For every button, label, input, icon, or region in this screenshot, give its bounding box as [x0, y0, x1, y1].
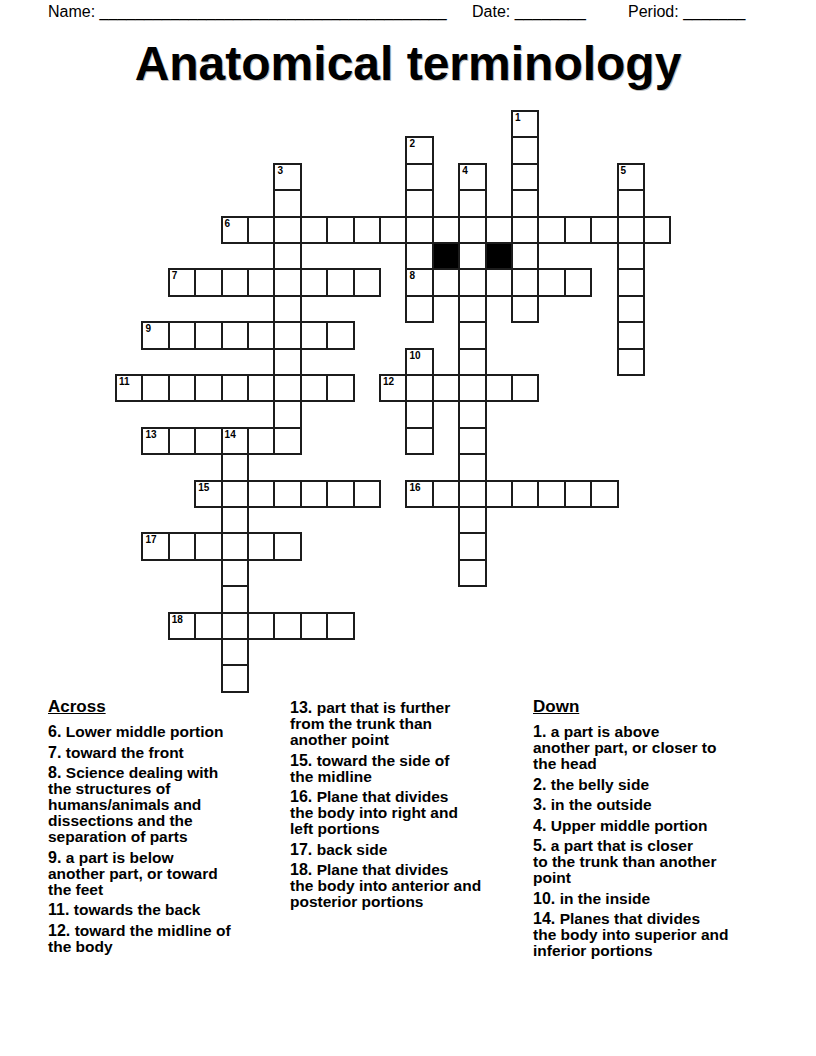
clue-text: Science dealing with the structures of h…: [48, 764, 218, 845]
clue-number: 13.: [290, 699, 317, 716]
clue-item: 3. in the outside: [533, 797, 795, 813]
clue-number: 14.: [533, 910, 560, 927]
clue-text: the belly side: [551, 776, 649, 793]
grid-cell[interactable]: 17: [141, 532, 169, 560]
cell-number: 5: [621, 165, 627, 176]
clue-item: 12. toward the midline of the body: [48, 923, 288, 955]
grid-cell[interactable]: [617, 216, 645, 244]
cell-number: 14: [225, 429, 236, 440]
grid-cell[interactable]: [405, 216, 433, 244]
grid-cell[interactable]: [221, 585, 249, 613]
grid-cell[interactable]: [590, 480, 618, 508]
grid-cell[interactable]: [458, 559, 486, 587]
grid-cell[interactable]: [273, 532, 301, 560]
grid-cell[interactable]: [247, 216, 275, 244]
grid-cell[interactable]: [564, 216, 592, 244]
grid-cell[interactable]: [458, 532, 486, 560]
grid-cell[interactable]: [326, 216, 354, 244]
clue-text: Plane that divides the body into anterio…: [290, 861, 481, 910]
name-blank-line[interactable]: _______________________________________: [100, 3, 447, 20]
grid-cell[interactable]: 3: [273, 163, 301, 191]
grid-cell[interactable]: [405, 189, 433, 217]
clue-text: toward the front: [66, 744, 184, 761]
grid-cell[interactable]: [353, 216, 381, 244]
grid-cell[interactable]: [221, 268, 249, 296]
grid-cell[interactable]: [432, 374, 460, 402]
cell-number: 4: [462, 165, 468, 176]
grid-cell[interactable]: [326, 612, 354, 640]
clue-item: 13. part that is further from the trunk …: [290, 700, 536, 748]
date-blank-line[interactable]: ________: [515, 3, 586, 20]
grid-cell[interactable]: [643, 216, 671, 244]
grid-cell[interactable]: [458, 374, 486, 402]
cell-number: 3: [277, 165, 283, 176]
grid-cell[interactable]: [617, 242, 645, 270]
grid-cell[interactable]: [458, 321, 486, 349]
blocked-cell: [432, 242, 460, 270]
grid-cell[interactable]: [564, 480, 592, 508]
grid-cell[interactable]: [617, 189, 645, 217]
grid-cell[interactable]: [405, 242, 433, 270]
clue-item: 5. a part that is closer to the trunk th…: [533, 838, 795, 886]
clue-number: 11.: [48, 901, 74, 918]
grid-cell[interactable]: [168, 427, 196, 455]
grid-cell[interactable]: [485, 480, 513, 508]
grid-cell[interactable]: [326, 480, 354, 508]
grid-cell[interactable]: [221, 321, 249, 349]
grid-cell[interactable]: [221, 638, 249, 666]
clue-number: 6.: [48, 723, 66, 740]
grid-cell[interactable]: [273, 400, 301, 428]
grid-cell[interactable]: [511, 295, 539, 323]
grid-cell[interactable]: [617, 321, 645, 349]
grid-cell[interactable]: [221, 532, 249, 560]
grid-cell[interactable]: [458, 348, 486, 376]
grid-cell[interactable]: [511, 242, 539, 270]
clue-number: 15.: [290, 752, 317, 769]
grid-cell[interactable]: [617, 295, 645, 323]
clue-item: 18. Plane that divides the body into ant…: [290, 862, 536, 910]
grid-cell[interactable]: [353, 268, 381, 296]
period-field: Period: _______: [628, 3, 745, 21]
grid-cell[interactable]: [511, 216, 539, 244]
cell-number: 9: [145, 323, 151, 334]
grid-cell[interactable]: [405, 374, 433, 402]
clue-list-heading: Down: [533, 697, 795, 717]
grid-cell[interactable]: [432, 268, 460, 296]
clue-item: 14. Planes that divides the body into su…: [533, 911, 795, 959]
clue-item: 2. the belly side: [533, 777, 795, 793]
grid-cell[interactable]: [458, 189, 486, 217]
grid-cell[interactable]: [458, 400, 486, 428]
clue-item: 11. towards the back: [48, 902, 288, 918]
grid-cell[interactable]: [247, 427, 275, 455]
grid-cell[interactable]: 10: [405, 348, 433, 376]
clue-number: 7.: [48, 744, 66, 761]
grid-cell[interactable]: [221, 612, 249, 640]
grid-cell[interactable]: [300, 374, 328, 402]
grid-cell[interactable]: [379, 216, 407, 244]
grid-cell[interactable]: [405, 400, 433, 428]
grid-cell[interactable]: [537, 216, 565, 244]
grid-cell[interactable]: [458, 453, 486, 481]
crossword-grid: 123456789101112131415161718: [115, 110, 673, 694]
grid-cell[interactable]: [432, 216, 460, 244]
clue-item: 1. a part is above another part, or clos…: [533, 724, 795, 772]
grid-cell[interactable]: [458, 427, 486, 455]
grid-cell[interactable]: [221, 506, 249, 534]
grid-cell[interactable]: [537, 480, 565, 508]
cell-number: 16: [409, 482, 420, 493]
clue-item: 7. toward the front: [48, 745, 288, 761]
clue-list-heading: Across: [48, 697, 288, 717]
clue-text: towards the back: [74, 901, 201, 918]
grid-cell[interactable]: [194, 427, 222, 455]
grid-cell[interactable]: [485, 374, 513, 402]
grid-cell[interactable]: [273, 268, 301, 296]
grid-cell[interactable]: [273, 295, 301, 323]
clue-number: 4.: [533, 817, 551, 834]
grid-cell[interactable]: [485, 268, 513, 296]
grid-cell[interactable]: [194, 268, 222, 296]
clue-number: 8.: [48, 764, 66, 781]
clue-text: a part that is closer to the trunk than …: [533, 837, 716, 886]
grid-cell[interactable]: 7: [168, 268, 196, 296]
grid-cell[interactable]: [405, 295, 433, 323]
clue-number: 17.: [290, 841, 317, 858]
grid-cell[interactable]: [273, 348, 301, 376]
date-label: Date:: [472, 3, 510, 20]
grid-cell[interactable]: [326, 321, 354, 349]
grid-cell[interactable]: [273, 374, 301, 402]
grid-cell[interactable]: [247, 321, 275, 349]
grid-cell[interactable]: 8: [405, 268, 433, 296]
grid-cell[interactable]: [194, 612, 222, 640]
grid-cell[interactable]: [432, 480, 460, 508]
clue-number: 16.: [290, 788, 317, 805]
clue-number: 10.: [533, 890, 560, 907]
grid-cell[interactable]: 14: [221, 427, 249, 455]
clues-across-column: Across6. Lower middle portion7. toward t…: [48, 697, 288, 959]
grid-cell[interactable]: 11: [115, 374, 143, 402]
grid-cell[interactable]: [458, 480, 486, 508]
grid-cell[interactable]: [405, 427, 433, 455]
grid-cell[interactable]: [273, 189, 301, 217]
blocked-cell: [485, 242, 513, 270]
clue-text: Lower middle portion: [66, 723, 224, 740]
clue-item: 4. Upper middle portion: [533, 818, 795, 834]
clue-text: in the outside: [551, 796, 652, 813]
clue-number: 5.: [533, 837, 551, 854]
clue-number: 18.: [290, 861, 317, 878]
grid-cell[interactable]: [300, 612, 328, 640]
period-blank-line[interactable]: _______: [683, 3, 745, 20]
grid-cell[interactable]: 18: [168, 612, 196, 640]
grid-cell[interactable]: [247, 532, 275, 560]
grid-cell[interactable]: [300, 321, 328, 349]
grid-cell[interactable]: [168, 532, 196, 560]
grid-cell[interactable]: [247, 268, 275, 296]
cell-number: 10: [409, 350, 420, 361]
grid-cell[interactable]: [485, 216, 513, 244]
clue-item: 9. a part is below another part, or towa…: [48, 850, 288, 898]
grid-cell[interactable]: [273, 321, 301, 349]
clue-text: a part is above another part, or closer …: [533, 723, 716, 772]
clue-text: Planes that divides the body into superi…: [533, 910, 728, 959]
grid-cell[interactable]: [300, 268, 328, 296]
grid-cell[interactable]: 9: [141, 321, 169, 349]
grid-cell[interactable]: [273, 427, 301, 455]
clue-item: 6. Lower middle portion: [48, 724, 288, 740]
grid-cell[interactable]: [221, 453, 249, 481]
clue-text: toward the midline of the body: [48, 922, 231, 955]
cell-number: 17: [145, 534, 156, 545]
clue-item: 15. toward the side of the midline: [290, 753, 536, 785]
clues-down-column: Down1. a part is above another part, or …: [533, 697, 795, 964]
clue-number: 12.: [48, 922, 75, 939]
clue-item: 17. back side: [290, 842, 536, 858]
cell-number: 11: [119, 376, 130, 387]
date-field: Date: ________: [472, 3, 586, 21]
grid-cell[interactable]: [353, 480, 381, 508]
grid-cell[interactable]: [617, 268, 645, 296]
grid-cell[interactable]: [300, 216, 328, 244]
grid-cell[interactable]: 16: [405, 480, 433, 508]
cell-number: 1: [515, 112, 521, 123]
grid-cell[interactable]: 13: [141, 427, 169, 455]
cell-number: 6: [225, 218, 231, 229]
clue-item: 16. Plane that divides the body into rig…: [290, 789, 536, 837]
grid-cell[interactable]: [221, 559, 249, 587]
cell-number: 8: [409, 270, 415, 281]
cell-number: 13: [145, 429, 156, 440]
grid-cell[interactable]: [141, 374, 169, 402]
grid-cell[interactable]: [273, 216, 301, 244]
grid-cell[interactable]: [194, 532, 222, 560]
grid-cell[interactable]: [564, 268, 592, 296]
grid-cell[interactable]: [221, 664, 249, 692]
grid-cell[interactable]: 6: [221, 216, 249, 244]
clue-number: 2.: [533, 776, 551, 793]
clue-number: 9.: [48, 849, 66, 866]
grid-cell[interactable]: [194, 374, 222, 402]
grid-cell[interactable]: [221, 480, 249, 508]
grid-cell[interactable]: 15: [194, 480, 222, 508]
grid-cell[interactable]: [511, 189, 539, 217]
page-title: Anatomical terminology: [0, 36, 816, 91]
grid-cell[interactable]: 12: [379, 374, 407, 402]
grid-cell[interactable]: [511, 163, 539, 191]
clue-text: a part is below another part, or toward …: [48, 849, 218, 898]
grid-cell[interactable]: [458, 268, 486, 296]
cell-number: 2: [409, 138, 415, 149]
clue-item: 10. in the inside: [533, 891, 795, 907]
grid-cell[interactable]: [511, 268, 539, 296]
clues-across-continued-column: 13. part that is further from the trunk …: [290, 700, 536, 915]
grid-cell[interactable]: [326, 374, 354, 402]
grid-cell[interactable]: [458, 506, 486, 534]
grid-cell[interactable]: [458, 295, 486, 323]
grid-cell[interactable]: 5: [617, 163, 645, 191]
grid-cell[interactable]: [511, 480, 539, 508]
cell-number: 12: [383, 376, 394, 387]
clue-item: 8. Science dealing with the structures o…: [48, 765, 288, 845]
grid-cell[interactable]: [511, 136, 539, 164]
grid-cell[interactable]: [590, 216, 618, 244]
clue-number: 3.: [533, 796, 551, 813]
grid-cell[interactable]: 4: [458, 163, 486, 191]
grid-cell[interactable]: [511, 374, 539, 402]
grid-cell[interactable]: [273, 242, 301, 270]
grid-cell[interactable]: [247, 374, 275, 402]
grid-cell[interactable]: [273, 480, 301, 508]
grid-cell[interactable]: [194, 321, 222, 349]
grid-cell[interactable]: [221, 374, 249, 402]
cell-number: 18: [172, 614, 183, 625]
grid-cell[interactable]: [247, 612, 275, 640]
grid-cell[interactable]: [247, 480, 275, 508]
grid-cell[interactable]: [537, 268, 565, 296]
grid-cell[interactable]: [458, 216, 486, 244]
grid-cell[interactable]: [617, 348, 645, 376]
grid-cell[interactable]: [273, 612, 301, 640]
clue-text: back side: [317, 841, 388, 858]
grid-cell[interactable]: 1: [511, 110, 539, 138]
cell-number: 7: [172, 270, 178, 281]
grid-cell[interactable]: 2: [405, 136, 433, 164]
grid-cell[interactable]: [300, 480, 328, 508]
grid-cell[interactable]: [326, 268, 354, 296]
name-field: Name: __________________________________…: [48, 3, 447, 21]
clue-number: 1.: [533, 723, 551, 740]
period-label: Period:: [628, 3, 679, 20]
grid-cell[interactable]: [168, 321, 196, 349]
clue-text: in the inside: [560, 890, 650, 907]
name-label: Name:: [48, 3, 95, 20]
clue-text: Upper middle portion: [551, 817, 708, 834]
grid-cell[interactable]: [168, 374, 196, 402]
cell-number: 15: [198, 482, 209, 493]
grid-cell[interactable]: [405, 163, 433, 191]
grid-cell[interactable]: [458, 242, 486, 270]
